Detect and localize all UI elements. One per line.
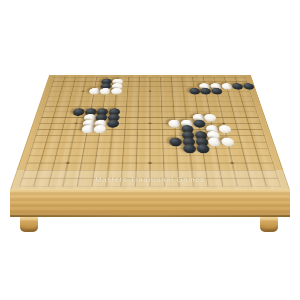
- board-front-edge: [10, 189, 290, 217]
- product-photo[interactable]: Masters Traditional Games: [0, 0, 300, 300]
- black-stone: [193, 119, 206, 127]
- black-stone: [189, 88, 201, 95]
- black-stone: [211, 88, 223, 95]
- board-underside-shadow: [10, 215, 290, 217]
- watermark-band: Masters Traditional Games: [0, 170, 300, 189]
- white-stone: [168, 119, 180, 127]
- board-leg-left: [20, 217, 38, 232]
- board-leg-right: [260, 217, 278, 232]
- watermark-text: Masters Traditional Games: [95, 175, 205, 184]
- black-stone: [200, 88, 212, 95]
